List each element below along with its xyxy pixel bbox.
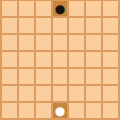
cell-g5[interactable] — [103, 35, 118, 50]
cell-a4[interactable] — [2, 52, 17, 67]
cell-e5[interactable] — [69, 35, 84, 50]
cell-e6[interactable] — [69, 18, 84, 33]
cell-b6[interactable] — [19, 18, 34, 33]
cell-c7[interactable] — [36, 1, 51, 16]
cell-d7[interactable]: ● — [53, 1, 68, 16]
cell-e2[interactable] — [69, 86, 84, 101]
cell-a1[interactable] — [2, 103, 17, 118]
cell-d2[interactable] — [53, 86, 68, 101]
cell-g6[interactable] — [103, 18, 118, 33]
cell-c1[interactable] — [36, 103, 51, 118]
cell-a5[interactable] — [2, 35, 17, 50]
cell-f3[interactable] — [86, 69, 101, 84]
cell-f4[interactable] — [86, 52, 101, 67]
cell-e3[interactable] — [69, 69, 84, 84]
cell-f7[interactable] — [86, 1, 101, 16]
cell-g3[interactable] — [103, 69, 118, 84]
cell-g7[interactable] — [103, 1, 118, 16]
cell-a2[interactable] — [2, 86, 17, 101]
cell-e7[interactable] — [69, 1, 84, 16]
cell-g4[interactable] — [103, 52, 118, 67]
cell-c4[interactable] — [36, 52, 51, 67]
cell-c3[interactable] — [36, 69, 51, 84]
cell-a3[interactable] — [2, 69, 17, 84]
cell-d3[interactable] — [53, 69, 68, 84]
cell-e4[interactable] — [69, 52, 84, 67]
cell-c5[interactable] — [36, 35, 51, 50]
cell-b1[interactable] — [19, 103, 34, 118]
cell-b4[interactable] — [19, 52, 34, 67]
cell-f5[interactable] — [86, 35, 101, 50]
game-board: ●● — [0, 0, 120, 120]
cell-d4[interactable] — [53, 52, 68, 67]
cell-d6[interactable] — [53, 18, 68, 33]
cell-c6[interactable] — [36, 18, 51, 33]
cell-b3[interactable] — [19, 69, 34, 84]
cell-a7[interactable] — [2, 1, 17, 16]
cell-b2[interactable] — [19, 86, 34, 101]
cell-g1[interactable] — [103, 103, 118, 118]
black-pawn[interactable]: ● — [55, 2, 65, 14]
cell-f6[interactable] — [86, 18, 101, 33]
cell-b5[interactable] — [19, 35, 34, 50]
cell-e1[interactable] — [69, 103, 84, 118]
cell-g2[interactable] — [103, 86, 118, 101]
cell-b7[interactable] — [19, 1, 34, 16]
white-pawn[interactable]: ● — [55, 104, 65, 116]
cell-d5[interactable] — [53, 35, 68, 50]
cell-f1[interactable] — [86, 103, 101, 118]
cell-a6[interactable] — [2, 18, 17, 33]
cell-f2[interactable] — [86, 86, 101, 101]
cell-d1[interactable]: ● — [53, 103, 68, 118]
cell-c2[interactable] — [36, 86, 51, 101]
